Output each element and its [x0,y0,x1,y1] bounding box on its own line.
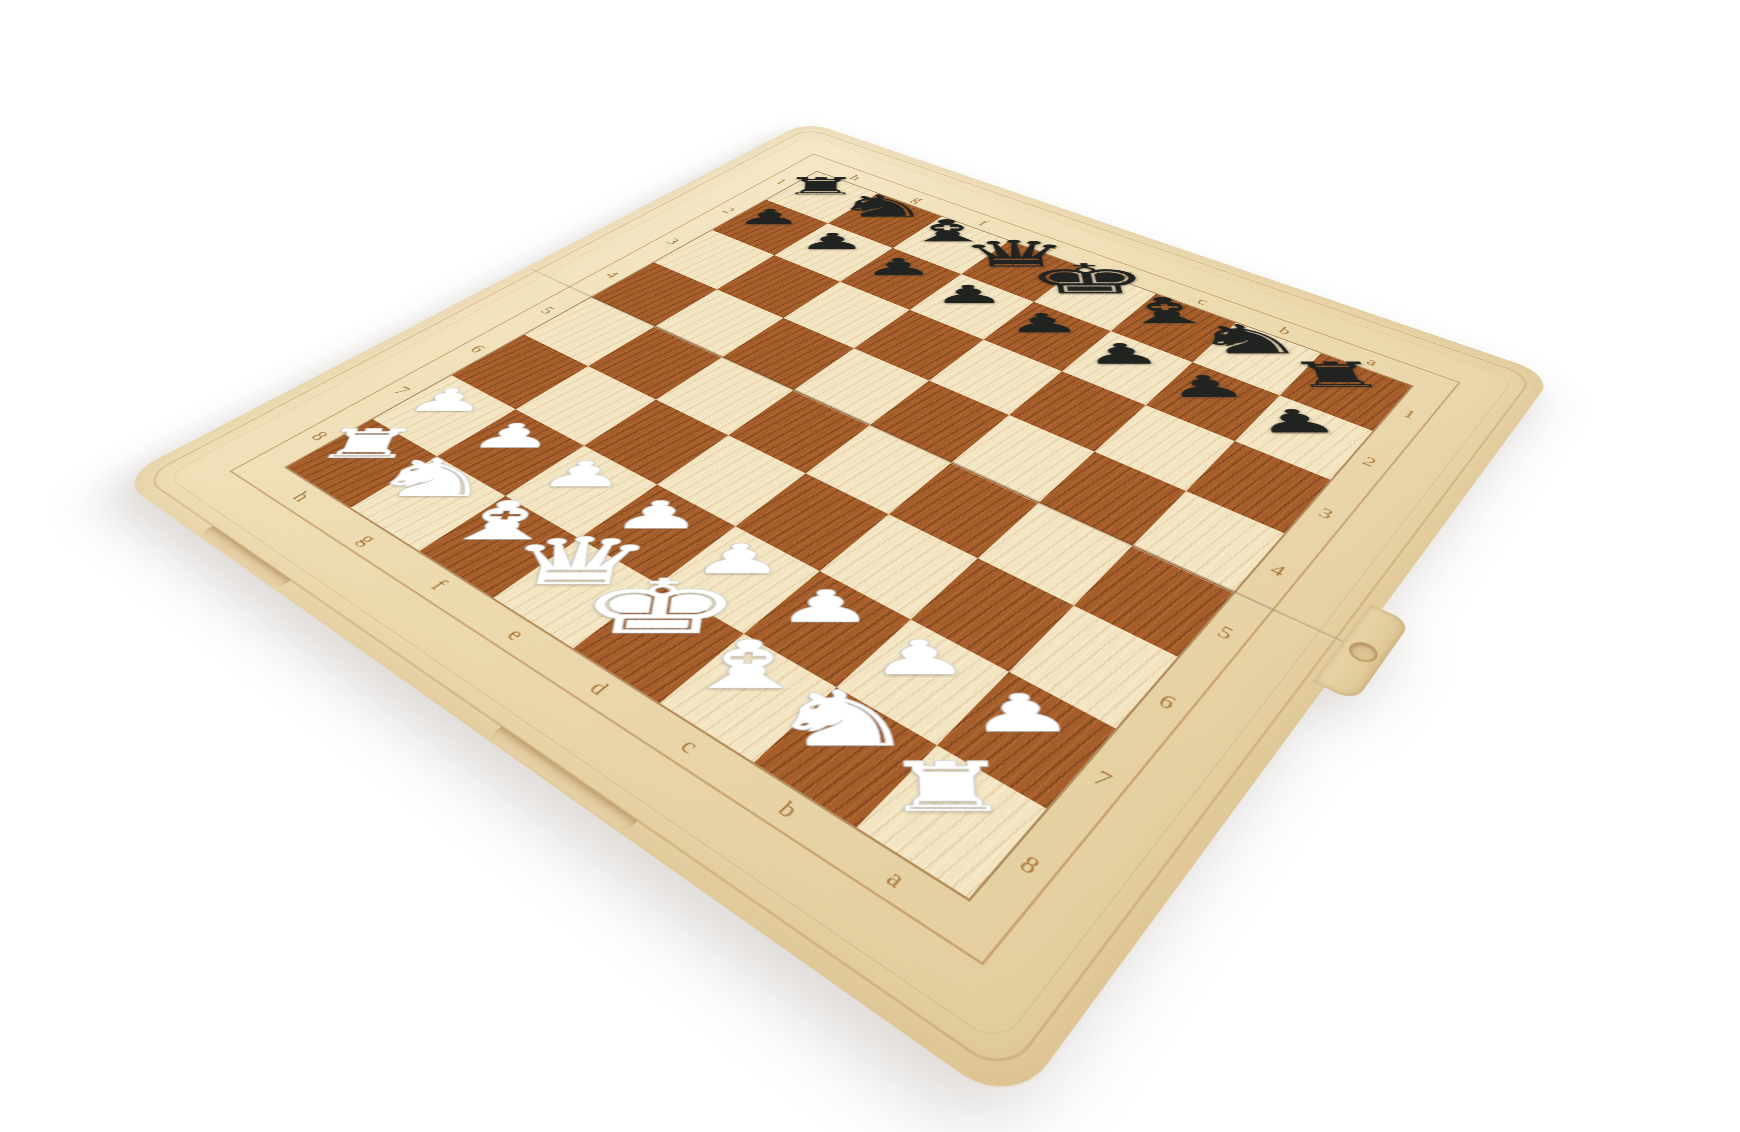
product-photo-scene: hgfedcba 12345678 ♜♞♝♛♚♝♞♜♟♟♟♟♟♟♟♟♟♟♟♟♟♟… [0,0,1740,1132]
board-frame: hgfedcba 12345678 ♜♞♝♛♚♝♞♜♟♟♟♟♟♟♟♟♟♟♟♟♟♟… [119,121,1554,1110]
grip-notch [199,525,291,588]
hinge-pin-icon [1344,638,1382,666]
grip-notch [488,726,638,833]
playing-area: hgfedcba 12345678 ♜♞♝♛♚♝♞♜♟♟♟♟♟♟♟♟♟♟♟♟♟♟… [232,154,1458,961]
hinge [1313,604,1411,702]
board-grid: ♜♞♝♛♚♝♞♜♟♟♟♟♟♟♟♟♟♟♟♟♟♟♟♟♜♞♝♛♚♝♞♜ [287,171,1411,898]
chess-board: hgfedcba 12345678 ♜♞♝♛♚♝♞♜♟♟♟♟♟♟♟♟♟♟♟♟♟♟… [119,121,1554,1110]
